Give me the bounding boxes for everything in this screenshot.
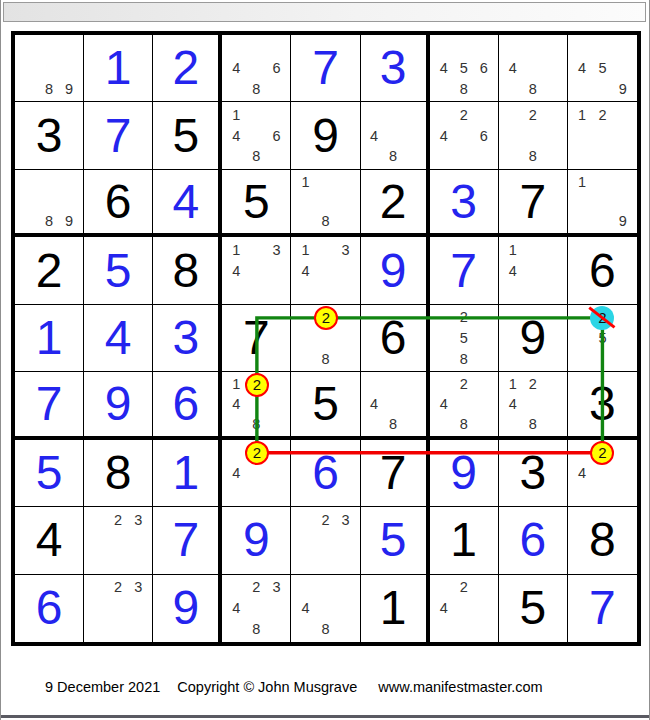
cell-r4c8[interactable]: 14 xyxy=(499,237,568,304)
cell-r4c4[interactable]: 134 xyxy=(222,237,291,304)
cell-value: 8 xyxy=(172,247,199,295)
pencil-mark: 2 xyxy=(315,509,335,530)
cell-r3c8[interactable]: 7 xyxy=(499,170,568,237)
pencil-mark: 2 xyxy=(108,577,128,598)
cell-r9c7[interactable]: 24 xyxy=(430,575,499,642)
cell-r4c2[interactable]: 5 xyxy=(84,237,153,304)
pencil-mark: 4 xyxy=(295,260,315,281)
pencil-marks: 48 xyxy=(291,575,359,642)
pencil-marks: 19 xyxy=(568,170,637,233)
pencil-mark: 4 xyxy=(226,394,246,414)
cell-r7c2[interactable]: 8 xyxy=(84,440,153,507)
pencil-marks: 18 xyxy=(291,170,359,233)
pencil-marks: 48 xyxy=(361,102,426,168)
cell-r3c1[interactable]: 89 xyxy=(15,170,84,237)
pencil-mark: 8 xyxy=(246,146,266,167)
cell-value: 5 xyxy=(36,449,63,497)
pencil-marks: 12 xyxy=(568,102,637,168)
cell-r7c5[interactable]: 6 xyxy=(291,440,360,507)
pencil-mark: 8 xyxy=(454,348,474,369)
pencil-mark: 3 xyxy=(336,509,356,530)
cell-value: 6 xyxy=(589,247,616,295)
cell-r9c1[interactable]: 6 xyxy=(15,575,84,642)
cell-r5c3[interactable]: 3 xyxy=(153,305,222,372)
cell-r9c5[interactable]: 48 xyxy=(291,575,360,642)
pencil-mark: 3 xyxy=(266,577,286,598)
cell-r9c8[interactable]: 5 xyxy=(499,575,568,642)
cell-value: 5 xyxy=(172,112,199,160)
pencil-marks: 468 xyxy=(222,35,290,101)
cell-r2c1[interactable]: 3 xyxy=(15,102,84,169)
pencil-mark: 1 xyxy=(572,104,592,125)
cell-value: 2 xyxy=(36,247,63,295)
pencil-marks: 148 xyxy=(222,372,290,435)
pencil-mark: 4 xyxy=(503,260,523,281)
cell-r2c4[interactable]: 1468 xyxy=(222,102,291,169)
cell-r5c5[interactable]: 8 xyxy=(291,305,360,372)
pencil-mark: 8 xyxy=(454,79,474,100)
cell-r3c9[interactable]: 19 xyxy=(568,170,637,237)
cell-value: 7 xyxy=(450,247,477,295)
cell-r8c5[interactable]: 23 xyxy=(291,507,360,574)
cell-value: 3 xyxy=(36,112,63,160)
pencil-mark: 4 xyxy=(365,125,384,146)
cell-r2c7[interactable]: 246 xyxy=(430,102,499,169)
pencil-marks: 48 xyxy=(499,35,567,101)
pencil-marks: 4568 xyxy=(430,35,498,101)
pencil-mark: 8 xyxy=(39,79,59,100)
pencil-mark: 1 xyxy=(226,239,246,260)
pencil-mark: 8 xyxy=(384,146,403,167)
cell-value: 7 xyxy=(243,314,270,362)
cell-r8c9[interactable]: 8 xyxy=(568,507,637,574)
cell-value: 3 xyxy=(519,449,546,497)
window-bottom-bar xyxy=(1,715,649,718)
cell-r1c5[interactable]: 7 xyxy=(291,35,360,102)
pencil-mark: 5 xyxy=(454,58,474,79)
cell-r9c6[interactable]: 1 xyxy=(361,575,430,642)
cell-r6c6[interactable]: 48 xyxy=(361,372,430,439)
pencil-mark: 9 xyxy=(613,79,633,100)
footer: 9 December 2021 Copyright © John Musgrav… xyxy=(1,678,543,696)
cell-r6c8[interactable]: 1248 xyxy=(499,372,568,439)
cell-value: 5 xyxy=(519,584,546,632)
cell-r3c5[interactable]: 18 xyxy=(291,170,360,237)
cell-r6c4[interactable]: 148 xyxy=(222,372,291,439)
pencil-mark: 2 xyxy=(454,374,474,394)
cell-r9c2[interactable]: 23 xyxy=(84,575,153,642)
pencil-mark: 5 xyxy=(454,328,474,349)
cell-value: 6 xyxy=(312,449,339,497)
cell-value: 7 xyxy=(172,516,199,564)
cell-value: 6 xyxy=(519,516,546,564)
pencil-mark: 1 xyxy=(503,239,523,260)
pencil-mark: 4 xyxy=(572,462,592,483)
cell-r1c9[interactable]: 459 xyxy=(568,35,637,102)
cell-value: 7 xyxy=(312,44,339,92)
cell-value: 7 xyxy=(36,380,63,428)
cell-r5c7[interactable]: 258 xyxy=(430,305,499,372)
pencil-marks: 258 xyxy=(430,305,498,371)
pencil-mark: 2 xyxy=(246,577,266,598)
cell-r7c7[interactable]: 9 xyxy=(430,440,499,507)
pencil-marks: 48 xyxy=(361,372,426,435)
pencil-mark: 8 xyxy=(523,146,543,167)
pencil-mark: 4 xyxy=(572,58,592,79)
pencil-mark: 2 xyxy=(108,509,128,530)
pencil-mark: 5 xyxy=(592,58,612,79)
cell-value: 6 xyxy=(105,178,132,226)
cell-value: 7 xyxy=(380,449,407,497)
cell-r7c9[interactable]: 4 xyxy=(568,440,637,507)
pencil-mark: 4 xyxy=(226,125,246,146)
cell-r7c1[interactable]: 5 xyxy=(15,440,84,507)
cell-value: 2 xyxy=(380,178,407,226)
pencil-mark: 4 xyxy=(365,394,384,414)
cell-r8c7[interactable]: 1 xyxy=(430,507,499,574)
cell-r2c6[interactable]: 48 xyxy=(361,102,430,169)
cell-r1c7[interactable]: 4568 xyxy=(430,35,499,102)
pencil-marks: 89 xyxy=(15,170,83,233)
pencil-marks: 1248 xyxy=(499,372,567,435)
pencil-mark: 8 xyxy=(315,348,335,369)
pencil-mark: 3 xyxy=(266,239,286,260)
cell-r2c8[interactable]: 28 xyxy=(499,102,568,169)
cell-value: 8 xyxy=(105,449,132,497)
cell-r5c6[interactable]: 6 xyxy=(361,305,430,372)
window-top-bar xyxy=(3,2,646,22)
pencil-mark: 6 xyxy=(474,125,494,146)
pencil-mark: 1 xyxy=(226,374,246,394)
cell-r8c6[interactable]: 5 xyxy=(361,507,430,574)
cell-r5c9[interactable]: 5 xyxy=(568,305,637,372)
pencil-mark: 1 xyxy=(503,374,523,394)
cell-value: 3 xyxy=(589,380,616,428)
pencil-mark: 8 xyxy=(384,414,403,434)
pencil-marks: 134 xyxy=(222,237,290,303)
cell-value: 9 xyxy=(312,112,339,160)
cell-value: 4 xyxy=(105,314,132,362)
cell-r1c1[interactable]: 89 xyxy=(15,35,84,102)
cell-value: 9 xyxy=(450,449,477,497)
pencil-marks: 4 xyxy=(568,440,637,506)
cell-r5c2[interactable]: 4 xyxy=(84,305,153,372)
cell-value: 2 xyxy=(172,44,199,92)
pencil-mark: 4 xyxy=(226,58,246,79)
pencil-mark: 1 xyxy=(572,172,592,192)
pencil-mark: 1 xyxy=(295,172,315,192)
pencil-mark: 3 xyxy=(128,509,148,530)
cell-value: 7 xyxy=(589,584,616,632)
cell-r2c5[interactable]: 9 xyxy=(291,102,360,169)
cell-r4c3[interactable]: 8 xyxy=(153,237,222,304)
pencil-mark: 8 xyxy=(246,619,266,640)
cell-value: 1 xyxy=(36,314,63,362)
cell-value: 3 xyxy=(172,314,199,362)
cell-r5c4[interactable]: 7 xyxy=(222,305,291,372)
pencil-marks: 24 xyxy=(430,575,498,642)
cell-r4c9[interactable]: 6 xyxy=(568,237,637,304)
pencil-marks: 23 xyxy=(291,507,359,573)
pencil-mark: 3 xyxy=(336,239,356,260)
cell-value: 9 xyxy=(105,380,132,428)
cell-r6c7[interactable]: 248 xyxy=(430,372,499,439)
cell-r4c7[interactable]: 7 xyxy=(430,237,499,304)
pencil-mark: 4 xyxy=(434,58,454,79)
pencil-marks: 1468 xyxy=(222,102,290,168)
pencil-mark: 6 xyxy=(474,58,494,79)
pencil-mark: 4 xyxy=(434,598,454,619)
cell-r8c4[interactable]: 9 xyxy=(222,507,291,574)
cell-value: 5 xyxy=(243,178,270,226)
footer-website: www.manifestmaster.com xyxy=(378,679,542,695)
footer-date: 9 December 2021 xyxy=(45,679,160,695)
sudoku-grid: 8912468734568484593751468948246281289645… xyxy=(11,31,641,646)
pencil-mark: 2 xyxy=(454,577,474,598)
cell-r3c7[interactable]: 3 xyxy=(430,170,499,237)
cell-r6c1[interactable]: 7 xyxy=(15,372,84,439)
cell-r5c8[interactable]: 9 xyxy=(499,305,568,372)
cell-value: 8 xyxy=(589,516,616,564)
cell-r4c1[interactable]: 2 xyxy=(15,237,84,304)
page: 8912468734568484593751468948246281289645… xyxy=(0,0,650,720)
pencil-mark: 8 xyxy=(39,212,59,232)
pencil-mark: 9 xyxy=(59,212,79,232)
pencil-mark: 8 xyxy=(246,79,266,100)
pencil-mark: 1 xyxy=(226,104,246,125)
pencil-marks: 134 xyxy=(291,237,359,303)
cell-r6c2[interactable]: 9 xyxy=(84,372,153,439)
pencil-mark: 1 xyxy=(295,239,315,260)
pencil-marks: 2348 xyxy=(222,575,290,642)
pencil-mark: 4 xyxy=(226,260,246,281)
cell-value: 1 xyxy=(105,44,132,92)
pencil-marks: 246 xyxy=(430,102,498,168)
pencil-marks: 248 xyxy=(430,372,498,435)
cell-r3c3[interactable]: 4 xyxy=(153,170,222,237)
pencil-marks: 8 xyxy=(291,305,359,371)
pencil-mark: 4 xyxy=(295,598,315,619)
pencil-marks: 23 xyxy=(84,575,152,642)
cell-value: 6 xyxy=(172,380,199,428)
cell-r1c8[interactable]: 48 xyxy=(499,35,568,102)
cell-value: 6 xyxy=(380,314,407,362)
cell-value: 1 xyxy=(172,449,199,497)
cell-r8c3[interactable]: 7 xyxy=(153,507,222,574)
cell-r8c1[interactable]: 4 xyxy=(15,507,84,574)
cell-r1c2[interactable]: 1 xyxy=(84,35,153,102)
cell-value: 6 xyxy=(36,584,63,632)
cell-r8c8[interactable]: 6 xyxy=(499,507,568,574)
cell-value: 3 xyxy=(450,178,477,226)
pencil-mark: 9 xyxy=(59,79,79,100)
pencil-mark: 4 xyxy=(503,394,523,414)
cell-r1c3[interactable]: 2 xyxy=(153,35,222,102)
pencil-mark: 4 xyxy=(434,125,454,146)
cell-value: 7 xyxy=(519,178,546,226)
cell-r1c4[interactable]: 468 xyxy=(222,35,291,102)
pencil-mark: 2 xyxy=(454,104,474,125)
pencil-mark: 8 xyxy=(315,619,335,640)
pencil-mark: 3 xyxy=(128,577,148,598)
cell-value: 9 xyxy=(243,516,270,564)
sudoku-board: 8912468734568484593751468948246281289645… xyxy=(11,31,641,646)
cell-value: 5 xyxy=(380,516,407,564)
pencil-marks: 4 xyxy=(222,440,290,506)
cell-r7c8[interactable]: 3 xyxy=(499,440,568,507)
pencil-mark: 4 xyxy=(226,462,246,483)
pencil-mark: 2 xyxy=(454,307,474,328)
pencil-mark: 5 xyxy=(592,328,612,349)
pencil-mark: 2 xyxy=(523,374,543,394)
pencil-marks: 89 xyxy=(15,35,83,101)
cell-r7c6[interactable]: 7 xyxy=(361,440,430,507)
cell-r3c4[interactable]: 5 xyxy=(222,170,291,237)
cell-r9c3[interactable]: 9 xyxy=(153,575,222,642)
pencil-mark: 8 xyxy=(523,414,543,434)
pencil-marks: 23 xyxy=(84,507,152,573)
cell-value: 9 xyxy=(172,584,199,632)
pencil-mark: 8 xyxy=(246,414,266,434)
pencil-mark: 6 xyxy=(266,58,286,79)
pencil-mark: 4 xyxy=(503,58,523,79)
cell-r7c3[interactable]: 1 xyxy=(153,440,222,507)
cell-r6c3[interactable]: 6 xyxy=(153,372,222,439)
footer-copyright: Copyright © John Musgrave xyxy=(177,679,357,695)
pencil-marks: 5 xyxy=(568,305,637,371)
cell-value: 9 xyxy=(380,247,407,295)
cell-value: 1 xyxy=(380,584,407,632)
pencil-mark: 2 xyxy=(592,104,612,125)
cell-value: 3 xyxy=(380,44,407,92)
cell-r2c3[interactable]: 5 xyxy=(153,102,222,169)
cell-r7c4[interactable]: 4 xyxy=(222,440,291,507)
cell-value: 9 xyxy=(519,314,546,362)
cell-value: 1 xyxy=(450,516,477,564)
pencil-mark: 4 xyxy=(226,598,246,619)
cell-r9c9[interactable]: 7 xyxy=(568,575,637,642)
pencil-mark: 9 xyxy=(613,212,633,232)
cell-value: 5 xyxy=(105,247,132,295)
cell-r5c1[interactable]: 1 xyxy=(15,305,84,372)
cell-r3c2[interactable]: 6 xyxy=(84,170,153,237)
cell-r4c6[interactable]: 9 xyxy=(361,237,430,304)
pencil-mark: 6 xyxy=(266,125,286,146)
cell-r8c2[interactable]: 23 xyxy=(84,507,153,574)
cell-r2c2[interactable]: 7 xyxy=(84,102,153,169)
pencil-mark: 8 xyxy=(454,414,474,434)
pencil-mark: 4 xyxy=(434,394,454,414)
cell-r6c5[interactable]: 5 xyxy=(291,372,360,439)
cell-value: 7 xyxy=(105,112,132,160)
cell-value: 4 xyxy=(172,178,199,226)
cell-r3c6[interactable]: 2 xyxy=(361,170,430,237)
cell-r6c9[interactable]: 3 xyxy=(568,372,637,439)
pencil-mark: 2 xyxy=(523,104,543,125)
cell-value: 4 xyxy=(36,516,63,564)
cell-r2c9[interactable]: 12 xyxy=(568,102,637,169)
cell-r4c5[interactable]: 134 xyxy=(291,237,360,304)
pencil-mark: 8 xyxy=(315,212,335,232)
pencil-mark: 8 xyxy=(523,79,543,100)
cell-r9c4[interactable]: 2348 xyxy=(222,575,291,642)
cell-r1c6[interactable]: 3 xyxy=(361,35,430,102)
pencil-marks: 459 xyxy=(568,35,637,101)
pencil-marks: 14 xyxy=(499,237,567,303)
cell-value: 5 xyxy=(312,380,339,428)
pencil-marks: 28 xyxy=(499,102,567,168)
